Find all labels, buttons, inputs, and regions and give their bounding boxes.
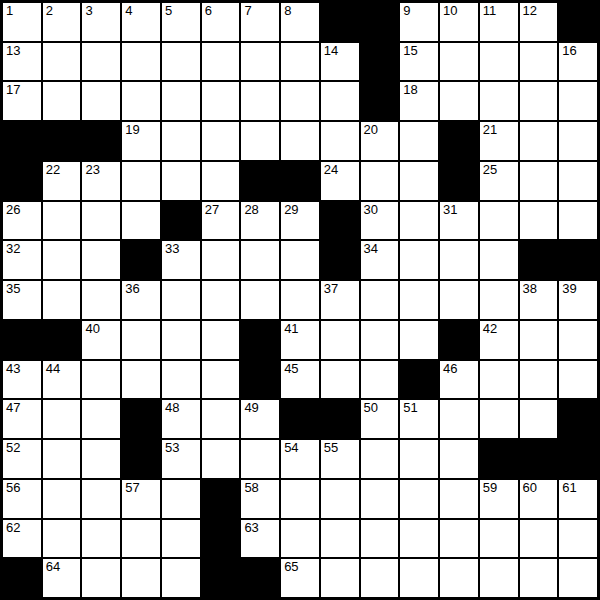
crossword-cell-white[interactable] xyxy=(162,162,200,200)
crossword-cell-white[interactable]: 19 xyxy=(122,122,160,160)
crossword-cell-white[interactable] xyxy=(281,122,319,160)
crossword-cell-white[interactable]: 40 xyxy=(82,321,120,359)
crossword-cell-white[interactable] xyxy=(82,281,120,319)
crossword-cell-black xyxy=(361,82,399,120)
crossword-cell-white[interactable]: 38 xyxy=(520,281,558,319)
crossword-cell-white[interactable] xyxy=(43,241,81,279)
crossword-cell-white[interactable] xyxy=(82,559,120,597)
crossword-cell-white[interactable] xyxy=(43,400,81,438)
crossword-cell-white[interactable] xyxy=(43,440,81,478)
crossword-cell-white[interactable] xyxy=(321,559,359,597)
crossword-cell-white[interactable] xyxy=(400,281,438,319)
crossword-cell-white[interactable] xyxy=(321,122,359,160)
cell-number: 43 xyxy=(6,361,20,376)
crossword-cell-white[interactable] xyxy=(241,82,279,120)
crossword-cell-white[interactable] xyxy=(480,361,518,399)
cell-number: 38 xyxy=(523,281,537,296)
crossword-cell-white[interactable] xyxy=(82,400,120,438)
crossword-cell-white[interactable]: 17 xyxy=(3,82,41,120)
crossword-cell-white[interactable] xyxy=(321,520,359,558)
crossword-cell-white[interactable]: 35 xyxy=(3,281,41,319)
crossword-cell-white[interactable]: 5 xyxy=(162,3,200,41)
cell-number: 16 xyxy=(562,43,576,58)
crossword-cell-white[interactable] xyxy=(281,520,319,558)
crossword-cell-white[interactable] xyxy=(520,122,558,160)
crossword-cell-white[interactable]: 50 xyxy=(361,400,399,438)
crossword-cell-black xyxy=(241,321,279,359)
crossword-cell-white[interactable]: 43 xyxy=(3,361,41,399)
cell-number: 17 xyxy=(6,82,20,97)
cell-number: 46 xyxy=(443,361,457,376)
crossword-cell-white[interactable] xyxy=(162,122,200,160)
crossword-cell-white[interactable]: 13 xyxy=(3,43,41,81)
crossword-cell-white[interactable] xyxy=(400,440,438,478)
crossword-cell-black xyxy=(43,122,81,160)
crossword-cell-white[interactable] xyxy=(361,361,399,399)
crossword-cell-white[interactable] xyxy=(82,361,120,399)
crossword-cell-white[interactable] xyxy=(361,321,399,359)
crossword-cell-white[interactable]: 28 xyxy=(241,202,279,240)
crossword-cell-black xyxy=(520,241,558,279)
cell-number: 39 xyxy=(562,281,576,296)
crossword-cell-white[interactable] xyxy=(321,321,359,359)
crossword-cell-black xyxy=(559,400,597,438)
crossword-cell-white[interactable]: 53 xyxy=(162,440,200,478)
crossword-cell-white[interactable] xyxy=(202,400,240,438)
cell-number: 3 xyxy=(85,3,92,18)
crossword-cell-white[interactable]: 23 xyxy=(82,162,120,200)
crossword-cell-white[interactable] xyxy=(281,480,319,518)
crossword-cell-white[interactable]: 32 xyxy=(3,241,41,279)
crossword-cell-white[interactable] xyxy=(241,440,279,478)
crossword-cell-white[interactable]: 56 xyxy=(3,480,41,518)
cell-number: 30 xyxy=(364,202,378,217)
crossword-cell-white[interactable] xyxy=(440,43,478,81)
cell-number: 45 xyxy=(284,361,298,376)
crossword-cell-white[interactable] xyxy=(480,202,518,240)
cell-number: 36 xyxy=(125,281,139,296)
cell-number: 53 xyxy=(165,440,179,455)
crossword-cell-white[interactable] xyxy=(400,559,438,597)
crossword-cell-white[interactable] xyxy=(520,520,558,558)
crossword-cell-white[interactable]: 14 xyxy=(321,43,359,81)
crossword-cell-white[interactable] xyxy=(202,122,240,160)
crossword-cell-white[interactable]: 20 xyxy=(361,122,399,160)
crossword-cell-white[interactable] xyxy=(559,202,597,240)
crossword-cell-black xyxy=(281,162,319,200)
crossword-cell-white[interactable]: 15 xyxy=(400,43,438,81)
cell-number: 34 xyxy=(364,241,378,256)
crossword-cell-white[interactable] xyxy=(559,321,597,359)
crossword-grid: 1234567891011121314151617181920212223242… xyxy=(0,0,600,600)
crossword-cell-white[interactable]: 33 xyxy=(162,241,200,279)
crossword-cell-white[interactable] xyxy=(361,162,399,200)
crossword-cell-white[interactable]: 65 xyxy=(281,559,319,597)
crossword-cell-black xyxy=(241,162,279,200)
crossword-cell-black xyxy=(43,321,81,359)
cell-number: 8 xyxy=(284,3,291,18)
crossword-cell-white[interactable] xyxy=(202,82,240,120)
crossword-cell-white[interactable] xyxy=(480,82,518,120)
crossword-cell-white[interactable] xyxy=(520,361,558,399)
crossword-cell-white[interactable]: 61 xyxy=(559,480,597,518)
crossword-cell-white[interactable] xyxy=(202,281,240,319)
crossword-cell-white[interactable]: 8 xyxy=(281,3,319,41)
crossword-cell-white[interactable] xyxy=(520,400,558,438)
crossword-cell-black xyxy=(202,480,240,518)
crossword-cell-white[interactable] xyxy=(162,520,200,558)
crossword-cell-white[interactable] xyxy=(440,281,478,319)
crossword-cell-white[interactable] xyxy=(480,559,518,597)
crossword-cell-white[interactable] xyxy=(321,480,359,518)
crossword-cell-white[interactable]: 45 xyxy=(281,361,319,399)
crossword-cell-white[interactable] xyxy=(281,281,319,319)
crossword-cell-white[interactable] xyxy=(43,43,81,81)
crossword-cell-white[interactable] xyxy=(400,122,438,160)
crossword-cell-white[interactable] xyxy=(400,202,438,240)
cell-number: 65 xyxy=(284,559,298,574)
crossword-cell-white[interactable] xyxy=(82,82,120,120)
crossword-cell-white[interactable] xyxy=(559,82,597,120)
crossword-cell-white[interactable]: 64 xyxy=(43,559,81,597)
cell-number: 51 xyxy=(403,400,417,415)
crossword-cell-white[interactable]: 10 xyxy=(440,3,478,41)
crossword-cell-white[interactable] xyxy=(162,559,200,597)
cell-number: 33 xyxy=(165,241,179,256)
crossword-cell-white[interactable]: 21 xyxy=(480,122,518,160)
crossword-cell-black xyxy=(3,321,41,359)
crossword-cell-white[interactable] xyxy=(122,520,160,558)
crossword-cell-white[interactable] xyxy=(480,43,518,81)
crossword-cell-white[interactable]: 60 xyxy=(520,480,558,518)
crossword-cell-white[interactable] xyxy=(480,281,518,319)
crossword-cell-white[interactable] xyxy=(281,82,319,120)
crossword-cell-white[interactable] xyxy=(520,43,558,81)
crossword-cell-black xyxy=(361,43,399,81)
cell-number: 35 xyxy=(6,281,20,296)
crossword-cell-white[interactable] xyxy=(440,440,478,478)
cell-number: 6 xyxy=(205,3,212,18)
crossword-cell-white[interactable] xyxy=(321,361,359,399)
crossword-cell-white[interactable]: 48 xyxy=(162,400,200,438)
crossword-cell-black xyxy=(321,202,359,240)
crossword-cell-black xyxy=(82,122,120,160)
crossword-cell-white[interactable] xyxy=(43,520,81,558)
cell-number: 4 xyxy=(125,3,132,18)
cell-number: 7 xyxy=(244,3,251,18)
crossword-cell-black xyxy=(3,162,41,200)
cell-number: 25 xyxy=(483,162,497,177)
crossword-cell-black xyxy=(400,361,438,399)
crossword-cell-white[interactable] xyxy=(440,241,478,279)
crossword-cell-black xyxy=(321,241,359,279)
crossword-cell-white[interactable]: 51 xyxy=(400,400,438,438)
crossword-cell-white[interactable] xyxy=(122,82,160,120)
crossword-cell-white[interactable]: 1 xyxy=(3,3,41,41)
crossword-cell-white[interactable] xyxy=(43,202,81,240)
crossword-cell-black xyxy=(559,241,597,279)
crossword-cell-white[interactable] xyxy=(400,162,438,200)
crossword-cell-white[interactable] xyxy=(361,440,399,478)
crossword-cell-white[interactable] xyxy=(400,520,438,558)
crossword-cell-white[interactable] xyxy=(361,281,399,319)
crossword-cell-black xyxy=(3,559,41,597)
crossword-cell-white[interactable]: 6 xyxy=(202,3,240,41)
crossword-cell-white[interactable] xyxy=(202,43,240,81)
cell-number: 41 xyxy=(284,321,298,336)
crossword-cell-white[interactable]: 30 xyxy=(361,202,399,240)
cell-number: 47 xyxy=(6,400,20,415)
crossword-cell-white[interactable]: 26 xyxy=(3,202,41,240)
crossword-cell-white[interactable]: 52 xyxy=(3,440,41,478)
crossword-cell-white[interactable]: 39 xyxy=(559,281,597,319)
crossword-cell-white[interactable]: 22 xyxy=(43,162,81,200)
cell-number: 31 xyxy=(443,202,457,217)
cell-number: 5 xyxy=(165,3,172,18)
crossword-cell-white[interactable]: 62 xyxy=(3,520,41,558)
cell-number: 24 xyxy=(324,162,338,177)
crossword-cell-white[interactable]: 41 xyxy=(281,321,319,359)
crossword-cell-white[interactable] xyxy=(281,43,319,81)
cell-number: 44 xyxy=(46,361,60,376)
crossword-cell-white[interactable] xyxy=(559,520,597,558)
crossword-cell-white[interactable] xyxy=(82,202,120,240)
cell-number: 20 xyxy=(364,122,378,137)
cell-number: 63 xyxy=(244,520,258,535)
crossword-cell-white[interactable]: 12 xyxy=(520,3,558,41)
cell-number: 12 xyxy=(523,3,537,18)
crossword-cell-black xyxy=(122,241,160,279)
crossword-cell-white[interactable] xyxy=(559,361,597,399)
crossword-cell-white[interactable] xyxy=(241,43,279,81)
crossword-cell-black xyxy=(162,202,200,240)
cell-number: 37 xyxy=(324,281,338,296)
cell-number: 26 xyxy=(6,202,20,217)
cell-number: 15 xyxy=(403,43,417,58)
crossword-cell-white[interactable] xyxy=(400,321,438,359)
crossword-cell-white[interactable] xyxy=(400,480,438,518)
crossword-cell-white[interactable] xyxy=(520,321,558,359)
crossword-cell-white[interactable] xyxy=(281,241,319,279)
cell-number: 14 xyxy=(324,43,338,58)
crossword-cell-white[interactable] xyxy=(361,520,399,558)
crossword-cell-white[interactable] xyxy=(202,162,240,200)
crossword-cell-white[interactable] xyxy=(480,520,518,558)
crossword-cell-white[interactable]: 57 xyxy=(122,480,160,518)
crossword-cell-white[interactable] xyxy=(122,361,160,399)
crossword-cell-white[interactable]: 63 xyxy=(241,520,279,558)
crossword-cell-white[interactable] xyxy=(122,162,160,200)
crossword-cell-white[interactable] xyxy=(82,241,120,279)
crossword-cell-white[interactable] xyxy=(520,202,558,240)
cell-number: 48 xyxy=(165,400,179,415)
crossword-cell-white[interactable]: 7 xyxy=(241,3,279,41)
cell-number: 54 xyxy=(284,440,298,455)
crossword-cell-white[interactable] xyxy=(122,43,160,81)
crossword-cell-white[interactable]: 42 xyxy=(480,321,518,359)
cell-number: 27 xyxy=(205,202,219,217)
crossword-cell-white[interactable]: 37 xyxy=(321,281,359,319)
crossword-cell-white[interactable] xyxy=(43,480,81,518)
crossword-cell-white[interactable]: 29 xyxy=(281,202,319,240)
crossword-cell-white[interactable] xyxy=(440,400,478,438)
crossword-cell-white[interactable] xyxy=(440,559,478,597)
crossword-cell-white[interactable] xyxy=(162,82,200,120)
crossword-cell-white[interactable]: 3 xyxy=(82,3,120,41)
crossword-cell-black xyxy=(440,122,478,160)
crossword-cell-white[interactable] xyxy=(162,321,200,359)
crossword-cell-white[interactable]: 2 xyxy=(43,3,81,41)
crossword-cell-black xyxy=(321,400,359,438)
crossword-cell-white[interactable] xyxy=(241,281,279,319)
crossword-cell-white[interactable] xyxy=(480,400,518,438)
crossword-cell-black xyxy=(321,3,359,41)
cell-number: 32 xyxy=(6,241,20,256)
crossword-cell-white[interactable] xyxy=(440,480,478,518)
cell-number: 42 xyxy=(483,321,497,336)
crossword-cell-white[interactable]: 27 xyxy=(202,202,240,240)
crossword-cell-white[interactable]: 4 xyxy=(122,3,160,41)
crossword-cell-white[interactable]: 24 xyxy=(321,162,359,200)
cell-number: 11 xyxy=(483,3,497,18)
crossword-cell-black xyxy=(202,559,240,597)
crossword-cell-white[interactable]: 31 xyxy=(440,202,478,240)
crossword-cell-white[interactable] xyxy=(122,202,160,240)
crossword-cell-black xyxy=(361,3,399,41)
crossword-cell-white[interactable] xyxy=(82,43,120,81)
cell-number: 57 xyxy=(125,480,139,495)
cell-number: 59 xyxy=(483,480,497,495)
crossword-cell-white[interactable]: 11 xyxy=(480,3,518,41)
crossword-cell-white[interactable] xyxy=(361,480,399,518)
crossword-cell-black xyxy=(202,520,240,558)
crossword-cell-white[interactable]: 16 xyxy=(559,43,597,81)
crossword-cell-white[interactable] xyxy=(321,82,359,120)
crossword-cell-white[interactable]: 9 xyxy=(400,3,438,41)
crossword-cell-black xyxy=(559,3,597,41)
crossword-cell-white[interactable]: 55 xyxy=(321,440,359,478)
crossword-cell-black xyxy=(241,361,279,399)
crossword-cell-white[interactable] xyxy=(82,520,120,558)
crossword-cell-black xyxy=(3,122,41,160)
cell-number: 52 xyxy=(6,440,20,455)
crossword-cell-white[interactable] xyxy=(122,559,160,597)
crossword-cell-white[interactable]: 47 xyxy=(3,400,41,438)
crossword-cell-white[interactable] xyxy=(162,281,200,319)
crossword-cell-white[interactable] xyxy=(122,321,160,359)
cell-number: 18 xyxy=(403,82,417,97)
crossword-cell-black xyxy=(559,440,597,478)
crossword-cell-white[interactable] xyxy=(559,559,597,597)
cell-number: 19 xyxy=(125,122,139,137)
crossword-cell-white[interactable] xyxy=(241,241,279,279)
cell-number: 56 xyxy=(6,480,20,495)
crossword-cell-white[interactable] xyxy=(202,361,240,399)
cell-number: 28 xyxy=(244,202,258,217)
crossword-cell-white[interactable] xyxy=(162,361,200,399)
cell-number: 10 xyxy=(443,3,457,18)
crossword-cell-white[interactable] xyxy=(361,559,399,597)
crossword-cell-white[interactable]: 18 xyxy=(400,82,438,120)
cell-number: 2 xyxy=(46,3,53,18)
crossword-cell-black xyxy=(122,440,160,478)
crossword-cell-white[interactable] xyxy=(480,241,518,279)
crossword-cell-white[interactable] xyxy=(400,241,438,279)
crossword-cell-white[interactable] xyxy=(43,281,81,319)
crossword-cell-white[interactable] xyxy=(82,440,120,478)
crossword-cell-white[interactable] xyxy=(162,480,200,518)
crossword-cell-white[interactable]: 44 xyxy=(43,361,81,399)
cell-number: 21 xyxy=(483,122,497,137)
crossword-cell-white[interactable]: 36 xyxy=(122,281,160,319)
cell-number: 1 xyxy=(6,3,13,18)
crossword-cell-black xyxy=(122,400,160,438)
cell-number: 13 xyxy=(6,43,20,58)
cell-number: 55 xyxy=(324,440,338,455)
crossword-cell-black xyxy=(520,440,558,478)
crossword-cell-white[interactable] xyxy=(559,162,597,200)
crossword-cell-white[interactable] xyxy=(440,82,478,120)
crossword-cell-black xyxy=(440,162,478,200)
crossword-cell-white[interactable]: 25 xyxy=(480,162,518,200)
cell-number: 58 xyxy=(244,480,258,495)
cell-number: 9 xyxy=(403,3,410,18)
crossword-cell-white[interactable] xyxy=(520,559,558,597)
cell-number: 22 xyxy=(46,162,60,177)
crossword-cell-white[interactable] xyxy=(202,321,240,359)
cell-number: 49 xyxy=(244,400,258,415)
crossword-cell-white[interactable] xyxy=(202,241,240,279)
cell-number: 60 xyxy=(523,480,537,495)
crossword-cell-white[interactable] xyxy=(440,520,478,558)
crossword-cell-black xyxy=(241,559,279,597)
crossword-cell-black xyxy=(480,440,518,478)
cell-number: 61 xyxy=(562,480,576,495)
crossword-cell-black xyxy=(440,321,478,359)
crossword-cell-white[interactable]: 54 xyxy=(281,440,319,478)
crossword-cell-white[interactable] xyxy=(520,82,558,120)
crossword-cell-white[interactable] xyxy=(43,82,81,120)
cell-number: 40 xyxy=(85,321,99,336)
crossword-cell-white[interactable]: 34 xyxy=(361,241,399,279)
cell-number: 29 xyxy=(284,202,298,217)
crossword-cell-white[interactable] xyxy=(162,43,200,81)
cell-number: 64 xyxy=(46,559,60,574)
crossword-cell-white[interactable] xyxy=(520,162,558,200)
crossword-cell-white[interactable] xyxy=(202,440,240,478)
crossword-cell-black xyxy=(281,400,319,438)
crossword-cell-white[interactable]: 59 xyxy=(480,480,518,518)
crossword-cell-white[interactable]: 49 xyxy=(241,400,279,438)
cell-number: 62 xyxy=(6,520,20,535)
crossword-cell-white[interactable] xyxy=(559,122,597,160)
crossword-cell-white[interactable] xyxy=(241,122,279,160)
cell-number: 23 xyxy=(85,162,99,177)
crossword-cell-white[interactable] xyxy=(82,480,120,518)
crossword-cell-white[interactable]: 46 xyxy=(440,361,478,399)
cell-number: 50 xyxy=(364,400,378,415)
crossword-cell-white[interactable]: 58 xyxy=(241,480,279,518)
